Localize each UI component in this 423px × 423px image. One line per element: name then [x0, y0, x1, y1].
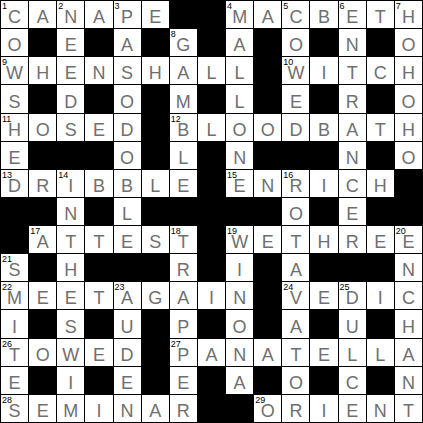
cell-r3c4[interactable]: N	[85, 57, 112, 84]
cell-letter: T	[367, 6, 394, 28]
cell-r7c9[interactable]: 15E	[226, 170, 253, 197]
cell-r9c7[interactable]: 18T	[170, 226, 197, 253]
cell-letter: H	[57, 259, 84, 281]
block-r8c7	[170, 198, 197, 225]
cell-letter: I	[310, 400, 337, 422]
cell-r5c14[interactable]: T	[367, 114, 394, 141]
cell-r14c13[interactable]: C	[339, 367, 366, 394]
cell-r10c15[interactable]: N	[395, 254, 422, 281]
cell-r15c1[interactable]: 28S	[1, 395, 28, 422]
block-r6c3	[57, 142, 84, 169]
cell-letter: U	[339, 316, 366, 338]
cell-r9c10[interactable]: E	[254, 226, 281, 253]
cell-letter: S	[1, 91, 28, 113]
block-r8c15	[395, 198, 422, 225]
cell-r5c15[interactable]: H	[395, 114, 422, 141]
cell-r1c10[interactable]: A	[254, 1, 281, 28]
cell-r1c9[interactable]: 4M	[226, 1, 253, 28]
cell-r5c7[interactable]: 12B	[170, 114, 197, 141]
cell-letter: O	[254, 400, 281, 422]
cell-r3c12[interactable]: I	[310, 57, 337, 84]
block-r15c9	[226, 395, 253, 422]
cell-r7c1[interactable]: 13D	[1, 170, 28, 197]
cell-r1c6[interactable]: E	[142, 1, 169, 28]
cell-r5c9[interactable]: O	[226, 114, 253, 141]
cell-letter: I	[57, 175, 84, 197]
cell-letter: E	[367, 231, 394, 253]
cell-letter: R	[339, 231, 366, 253]
cell-r15c15[interactable]: T	[395, 395, 422, 422]
cell-letter: L	[114, 203, 141, 225]
cell-letter: T	[1, 344, 28, 366]
cell-r13c14[interactable]: L	[367, 339, 394, 366]
cell-r5c4[interactable]: E	[85, 114, 112, 141]
block-r12c12	[310, 310, 337, 337]
cell-r7c13[interactable]: C	[339, 170, 366, 197]
cell-r14c7[interactable]: E	[170, 367, 197, 394]
block-r8c2	[29, 198, 56, 225]
cell-letter: B	[114, 175, 141, 197]
block-r8c12	[310, 198, 337, 225]
cell-r7c5[interactable]: B	[114, 170, 141, 197]
cell-letter: O	[114, 91, 141, 113]
cell-letter: S	[57, 119, 84, 141]
block-r4c12	[310, 85, 337, 112]
cell-r6c5[interactable]: O	[114, 142, 141, 169]
block-r8c14	[367, 198, 394, 225]
cell-r8c11[interactable]: O	[282, 198, 309, 225]
cell-r13c7[interactable]: 27P	[170, 339, 197, 366]
cell-r13c3[interactable]: W	[57, 339, 84, 366]
cell-r11c12[interactable]: E	[310, 282, 337, 309]
cell-r9c6[interactable]: S	[142, 226, 169, 253]
cell-r15c5[interactable]: N	[114, 395, 141, 422]
block-r2c4	[85, 29, 112, 56]
cell-r4c7[interactable]: M	[170, 85, 197, 112]
cell-letter: O	[395, 91, 422, 113]
cell-letter: A	[170, 62, 197, 84]
cell-r2c9[interactable]: A	[226, 29, 253, 56]
cell-r10c11[interactable]: A	[282, 254, 309, 281]
cell-r9c15[interactable]: 20E	[395, 226, 422, 253]
cell-letter: A	[85, 6, 112, 28]
cell-r13c9[interactable]: N	[226, 339, 253, 366]
cell-r15c2[interactable]: E	[29, 395, 56, 422]
cell-r5c2[interactable]: O	[29, 114, 56, 141]
cell-letter: I	[85, 400, 112, 422]
cell-letter: E	[310, 287, 337, 309]
cell-r9c2[interactable]: 17A	[29, 226, 56, 253]
cell-letter: E	[170, 372, 197, 394]
cell-letter: B	[170, 119, 197, 141]
cell-r11c6[interactable]: G	[142, 282, 169, 309]
block-r14c12	[310, 367, 337, 394]
cell-letter: S	[114, 62, 141, 84]
cell-letter: O	[1, 34, 28, 56]
cell-r12c15[interactable]: H	[395, 310, 422, 337]
cell-r11c1[interactable]: 22M	[1, 282, 28, 309]
cell-r11c8[interactable]: I	[198, 282, 225, 309]
cell-letter: D	[114, 119, 141, 141]
cell-r3c9[interactable]: L	[226, 57, 253, 84]
block-r2c2	[29, 29, 56, 56]
cell-r11c14[interactable]: I	[367, 282, 394, 309]
cell-letter: W	[282, 62, 309, 84]
cell-letter: I	[198, 287, 225, 309]
cell-r10c9[interactable]: I	[226, 254, 253, 281]
cell-r2c1[interactable]: O	[1, 29, 28, 56]
cell-r10c7[interactable]: R	[170, 254, 197, 281]
cell-letter: S	[1, 400, 28, 422]
cell-letter: M	[170, 91, 197, 113]
cell-r13c5[interactable]: D	[114, 339, 141, 366]
cell-r1c4[interactable]: A	[85, 1, 112, 28]
cell-r12c13[interactable]: U	[339, 310, 366, 337]
cell-letter: A	[29, 231, 56, 253]
cell-letter: A	[226, 34, 253, 56]
block-r8c6	[142, 198, 169, 225]
cell-r10c3[interactable]: H	[57, 254, 84, 281]
block-r6c12	[310, 142, 337, 169]
block-r14c10	[254, 367, 281, 394]
cell-r4c9[interactable]: L	[226, 85, 253, 112]
cell-r1c13[interactable]: 6E	[339, 1, 366, 28]
block-r6c2	[29, 142, 56, 169]
cell-letter: I	[1, 316, 28, 338]
block-r9c1	[1, 226, 28, 253]
cell-letter: R	[282, 175, 309, 197]
cell-r3c1[interactable]: 9W	[1, 57, 28, 84]
block-r14c14	[367, 367, 394, 394]
cell-r2c13[interactable]: N	[339, 29, 366, 56]
block-r12c4	[85, 310, 112, 337]
cell-r12c3[interactable]: S	[57, 310, 84, 337]
cell-letter: E	[339, 6, 366, 28]
cell-r9c4[interactable]: T	[85, 226, 112, 253]
cell-r2c3[interactable]: E	[57, 29, 84, 56]
block-r4c4	[85, 85, 112, 112]
cell-letter: E	[57, 287, 84, 309]
cell-letter: L	[367, 344, 394, 366]
cell-r2c11[interactable]: O	[282, 29, 309, 56]
cell-r2c15[interactable]: O	[395, 29, 422, 56]
cell-r15c7[interactable]: R	[170, 395, 197, 422]
cell-letter: O	[282, 203, 309, 225]
cell-r12c9[interactable]: O	[226, 310, 253, 337]
cell-letter: O	[29, 344, 56, 366]
cell-letter: C	[339, 175, 366, 197]
cell-r1c2[interactable]: A	[29, 1, 56, 28]
cell-r11c2[interactable]: E	[29, 282, 56, 309]
block-r12c10	[254, 310, 281, 337]
cell-r4c5[interactable]: O	[114, 85, 141, 112]
cell-r1c14[interactable]: T	[367, 1, 394, 28]
cell-letter: U	[114, 316, 141, 338]
cell-r9c13[interactable]: R	[339, 226, 366, 253]
cell-r15c3[interactable]: M	[57, 395, 84, 422]
cell-r1c5[interactable]: 3P	[114, 1, 141, 28]
cell-letter: E	[29, 400, 56, 422]
block-r7c15	[395, 170, 422, 197]
cell-r3c6[interactable]: H	[142, 57, 169, 84]
cell-r6c13[interactable]: N	[339, 142, 366, 169]
cell-letter: P	[170, 316, 197, 338]
cell-r13c10[interactable]: A	[254, 339, 281, 366]
cell-r3c8[interactable]: L	[198, 57, 225, 84]
cell-letter: E	[226, 175, 253, 197]
cell-r14c1[interactable]: E	[1, 367, 28, 394]
cell-r3c11[interactable]: 10W	[282, 57, 309, 84]
cell-r15c10[interactable]: 29O	[254, 395, 281, 422]
cell-r15c13[interactable]: E	[339, 395, 366, 422]
cell-r13c15[interactable]: A	[395, 339, 422, 366]
cell-letter: E	[395, 231, 422, 253]
cell-letter: O	[395, 34, 422, 56]
cell-r3c3[interactable]: E	[57, 57, 84, 84]
cell-r4c3[interactable]: D	[57, 85, 84, 112]
block-r10c4	[85, 254, 112, 281]
cell-r6c7[interactable]: L	[170, 142, 197, 169]
cell-r12c1[interactable]: I	[1, 310, 28, 337]
cell-r14c5[interactable]: E	[114, 367, 141, 394]
block-r10c6	[142, 254, 169, 281]
block-r4c2	[29, 85, 56, 112]
cell-r9c12[interactable]: H	[310, 226, 337, 253]
cell-r13c8[interactable]: A	[198, 339, 225, 366]
cell-r7c11[interactable]: 16R	[282, 170, 309, 197]
cell-letter: W	[226, 231, 253, 253]
cell-letter: D	[282, 119, 309, 141]
block-r11c10	[254, 282, 281, 309]
block-r2c12	[310, 29, 337, 56]
cell-r4c1[interactable]: S	[1, 85, 28, 112]
cell-r13c1[interactable]: 26T	[1, 339, 28, 366]
cell-r3c5[interactable]: S	[114, 57, 141, 84]
cell-r2c7[interactable]: 8G	[170, 29, 197, 56]
cell-r14c9[interactable]: A	[226, 367, 253, 394]
cell-r3c15[interactable]: H	[395, 57, 422, 84]
cell-letter: P	[170, 344, 197, 366]
cell-letter: I	[57, 372, 84, 394]
cell-letter: O	[226, 119, 253, 141]
cell-r5c5[interactable]: D	[114, 114, 141, 141]
cell-r15c14[interactable]: N	[367, 395, 394, 422]
cell-r13c13[interactable]: L	[339, 339, 366, 366]
cell-r11c5[interactable]: 23A	[114, 282, 141, 309]
cell-r1c3[interactable]: 2N	[57, 1, 84, 28]
cell-letter: A	[395, 344, 422, 366]
cell-r1c15[interactable]: 7H	[395, 1, 422, 28]
cell-letter: H	[395, 62, 422, 84]
cell-r7c7[interactable]: E	[170, 170, 197, 197]
cell-r9c11[interactable]: T	[282, 226, 309, 253]
cell-r4c13[interactable]: R	[339, 85, 366, 112]
cell-letter: N	[226, 147, 253, 169]
cell-letter: M	[1, 287, 28, 309]
cell-letter: H	[142, 62, 169, 84]
block-r3c10	[254, 57, 281, 84]
cell-r14c11[interactable]: O	[282, 367, 309, 394]
cell-r8c5[interactable]: L	[114, 198, 141, 225]
cell-letter: O	[282, 372, 309, 394]
cell-r7c2[interactable]: R	[29, 170, 56, 197]
cell-r7c4[interactable]: B	[85, 170, 112, 197]
cell-letter: S	[57, 316, 84, 338]
cell-letter: N	[57, 6, 84, 28]
cell-letter: O	[254, 119, 281, 141]
cell-letter: N	[339, 34, 366, 56]
cell-letter: N	[85, 62, 112, 84]
cell-r5c13[interactable]: A	[339, 114, 366, 141]
cell-r11c11[interactable]: 24V	[282, 282, 309, 309]
cell-r1c1[interactable]: 1C	[1, 1, 28, 28]
cell-letter: T	[282, 344, 309, 366]
block-r2c8	[198, 29, 225, 56]
cell-r12c5[interactable]: U	[114, 310, 141, 337]
cell-letter: E	[254, 231, 281, 253]
cell-letter: A	[170, 287, 197, 309]
cell-r11c3[interactable]: E	[57, 282, 84, 309]
cell-letter: E	[57, 62, 84, 84]
cell-r6c9[interactable]: N	[226, 142, 253, 169]
block-r2c6	[142, 29, 169, 56]
block-r14c8	[198, 367, 225, 394]
cell-r9c5[interactable]: E	[114, 226, 141, 253]
cell-r15c12[interactable]: I	[310, 395, 337, 422]
cell-r11c7[interactable]: A	[170, 282, 197, 309]
cell-r7c12[interactable]: I	[310, 170, 337, 197]
block-r10c5	[114, 254, 141, 281]
cell-letter: E	[1, 147, 28, 169]
cell-letter: T	[367, 119, 394, 141]
cell-r2c5[interactable]: A	[114, 29, 141, 56]
block-r6c10	[254, 142, 281, 169]
cell-r11c13[interactable]: 25D	[339, 282, 366, 309]
cell-letter: E	[114, 372, 141, 394]
cell-letter: E	[85, 344, 112, 366]
cell-r9c14[interactable]: E	[367, 226, 394, 253]
cell-letter: N	[226, 287, 253, 309]
cell-letter: H	[29, 62, 56, 84]
cell-letter: O	[29, 119, 56, 141]
cell-r9c3[interactable]: T	[57, 226, 84, 253]
cell-r7c10[interactable]: N	[254, 170, 281, 197]
block-r1c8	[198, 1, 225, 28]
block-r2c14	[367, 29, 394, 56]
cell-letter: L	[142, 175, 169, 197]
cell-r5c3[interactable]: S	[57, 114, 84, 141]
cell-letter: N	[226, 344, 253, 366]
cell-letter: N	[114, 400, 141, 422]
cell-letter: E	[114, 231, 141, 253]
cell-r7c6[interactable]: L	[142, 170, 169, 197]
cell-r11c15[interactable]: C	[395, 282, 422, 309]
cell-r5c8[interactable]: L	[198, 114, 225, 141]
cell-r10c1[interactable]: 21S	[1, 254, 28, 281]
cell-r12c11[interactable]: A	[282, 310, 309, 337]
cell-letter: H	[395, 316, 422, 338]
cell-letter: S	[142, 231, 169, 253]
cell-r11c4[interactable]: T	[85, 282, 112, 309]
cell-letter: N	[57, 203, 84, 225]
cell-letter: T	[57, 231, 84, 253]
cell-r14c15[interactable]: N	[395, 367, 422, 394]
cell-r1c11[interactable]: 5C	[282, 1, 309, 28]
cell-r5c12[interactable]: B	[310, 114, 337, 141]
block-r10c12	[310, 254, 337, 281]
cell-r15c11[interactable]: R	[282, 395, 309, 422]
cell-r5c1[interactable]: 11H	[1, 114, 28, 141]
block-r7c8	[198, 170, 225, 197]
block-r13c6	[142, 339, 169, 366]
cell-r11c9[interactable]: N	[226, 282, 253, 309]
cell-r15c6[interactable]: A	[142, 395, 169, 422]
cell-r7c3[interactable]: 14I	[57, 170, 84, 197]
cell-letter: R	[170, 400, 197, 422]
cell-r13c11[interactable]: T	[282, 339, 309, 366]
cell-letter: E	[142, 6, 169, 28]
cell-r6c1[interactable]: E	[1, 142, 28, 169]
cell-r12c7[interactable]: P	[170, 310, 197, 337]
block-r10c14	[367, 254, 394, 281]
cell-r3c7[interactable]: A	[170, 57, 197, 84]
block-r9c8	[198, 226, 225, 253]
cell-r5c11[interactable]: D	[282, 114, 309, 141]
cell-r15c4[interactable]: I	[85, 395, 112, 422]
cell-letter: W	[1, 62, 28, 84]
cell-r7c14[interactable]: H	[367, 170, 394, 197]
block-r14c2	[29, 367, 56, 394]
cell-letter: D	[1, 175, 28, 197]
cell-r13c4[interactable]: E	[85, 339, 112, 366]
cell-r9c9[interactable]: 19W	[226, 226, 253, 253]
cell-r14c3[interactable]: I	[57, 367, 84, 394]
cell-letter: R	[339, 91, 366, 113]
cell-letter: T	[282, 231, 309, 253]
cell-letter: C	[367, 62, 394, 84]
cell-letter: T	[85, 231, 112, 253]
cell-letter: W	[57, 344, 84, 366]
cell-letter: O	[226, 316, 253, 338]
cell-letter: I	[226, 259, 253, 281]
cell-r3c13[interactable]: T	[339, 57, 366, 84]
cell-letter: E	[310, 344, 337, 366]
block-r6c14	[367, 142, 394, 169]
cell-r1c12[interactable]: B	[310, 1, 337, 28]
cell-r4c15[interactable]: O	[395, 85, 422, 112]
cell-r13c12[interactable]: E	[310, 339, 337, 366]
cell-r13c2[interactable]: O	[29, 339, 56, 366]
cell-letter: O	[114, 147, 141, 169]
cell-letter: A	[226, 372, 253, 394]
cell-r6c15[interactable]: O	[395, 142, 422, 169]
cell-r3c2[interactable]: H	[29, 57, 56, 84]
cell-letter: P	[114, 6, 141, 28]
cell-letter: R	[282, 400, 309, 422]
block-r4c6	[142, 85, 169, 112]
cell-letter: E	[85, 119, 112, 141]
cell-r5c10[interactable]: O	[254, 114, 281, 141]
cell-r4c11[interactable]: E	[282, 85, 309, 112]
cell-letter: H	[310, 231, 337, 253]
cell-r8c3[interactable]: N	[57, 198, 84, 225]
cell-letter: D	[114, 344, 141, 366]
cell-letter: S	[1, 259, 28, 281]
block-r4c8	[198, 85, 225, 112]
cell-r8c13[interactable]: E	[339, 198, 366, 225]
cell-letter: A	[29, 6, 56, 28]
cell-r3c14[interactable]: C	[367, 57, 394, 84]
